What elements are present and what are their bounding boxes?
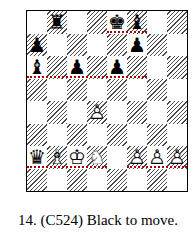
- square-d7: [87, 34, 107, 57]
- square-a4: [27, 101, 47, 124]
- square-b7: [47, 34, 67, 57]
- square-f3: [127, 124, 147, 147]
- square-h8: [167, 11, 187, 34]
- piece-black-pawn: ♟: [127, 34, 147, 57]
- square-a7: ♟: [27, 34, 47, 57]
- square-h1: [167, 169, 187, 192]
- square-f1: [127, 169, 147, 192]
- square-d3: [87, 124, 107, 147]
- square-g5: [147, 79, 167, 102]
- square-g4: [147, 101, 167, 124]
- diagram-caption: 14. (C524) Black to move.: [0, 212, 196, 229]
- square-e1: [107, 169, 127, 192]
- square-f4: [127, 101, 147, 124]
- square-a3: [27, 124, 47, 147]
- square-e5: [107, 79, 127, 102]
- square-h6: [167, 56, 187, 79]
- square-b8: ♜: [47, 11, 67, 34]
- square-g3: [147, 124, 167, 147]
- square-f7: ♟: [127, 34, 147, 57]
- square-h4: [167, 101, 187, 124]
- square-e2: [107, 146, 127, 169]
- square-c1: [67, 169, 87, 192]
- square-f5: [127, 79, 147, 102]
- piece-black-rook: ♜: [47, 11, 67, 34]
- piece-white-pawn: ♙: [87, 101, 107, 124]
- square-b4: [47, 101, 67, 124]
- spellcheck-squiggle: [127, 166, 187, 168]
- square-c8: [67, 11, 87, 34]
- square-c3: [67, 124, 87, 147]
- square-d4: ♟♙: [87, 101, 107, 124]
- square-a1: [27, 169, 47, 192]
- square-g8: [147, 11, 167, 34]
- square-a8: [27, 11, 47, 34]
- chess-board-frame: ♜♚♝♟♟♝♟♟♟♙♛♝♗♚♔♞♘♟♙♟♙♟♙: [26, 10, 188, 192]
- square-g6: [147, 56, 167, 79]
- square-d1: [87, 169, 107, 192]
- square-g1: [147, 169, 167, 192]
- square-a5: [27, 79, 47, 102]
- square-e4: [107, 101, 127, 124]
- square-c7: [67, 34, 87, 57]
- square-e7: [107, 34, 127, 57]
- spellcheck-squiggle: [27, 76, 147, 78]
- spellcheck-squiggle: [27, 166, 107, 168]
- square-h7: [167, 34, 187, 57]
- spellcheck-squiggle: [107, 31, 147, 33]
- square-b5: [47, 79, 67, 102]
- square-d8: [87, 11, 107, 34]
- piece-black-pawn: ♟: [27, 34, 47, 57]
- square-h3: [167, 124, 187, 147]
- piece-fill-white-pawn: ♟: [87, 101, 107, 124]
- square-h5: [167, 79, 187, 102]
- square-b1: [47, 169, 67, 192]
- square-e3: [107, 124, 127, 147]
- square-c4: [67, 101, 87, 124]
- square-d5: [87, 79, 107, 102]
- square-g7: [147, 34, 167, 57]
- square-c5: [67, 79, 87, 102]
- chess-board: ♜♚♝♟♟♝♟♟♟♙♛♝♗♚♔♞♘♟♙♟♙♟♙: [27, 11, 187, 191]
- square-b3: [47, 124, 67, 147]
